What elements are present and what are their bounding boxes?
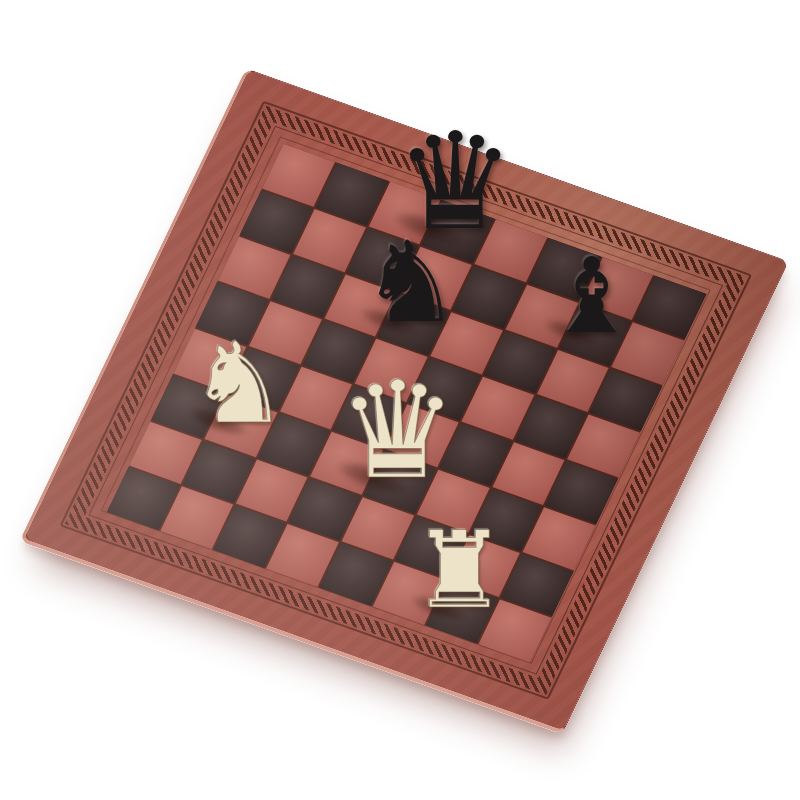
piece-black-knight[interactable]: ♞ <box>341 226 481 338</box>
scene: ♛♝♞♞♛♜ <box>0 0 800 800</box>
piece-black-bishop[interactable]: ♝ <box>522 244 662 348</box>
piece-white-knight[interactable]: ♞ <box>169 327 309 439</box>
piece-white-rook[interactable]: ♜ <box>389 518 529 624</box>
piece-white-queen[interactable]: ♛ <box>328 364 468 498</box>
